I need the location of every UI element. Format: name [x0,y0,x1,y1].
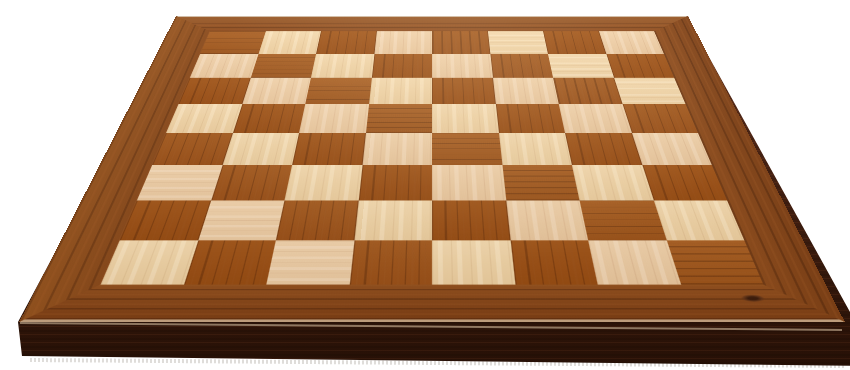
board-frame-bottom [19,282,844,321]
square-d4 [362,133,432,165]
square-d8 [374,31,432,53]
product-photo-scene [0,0,850,370]
square-e6 [432,78,495,104]
square-e5 [432,104,499,133]
square-b2 [198,200,285,240]
square-f3 [502,165,580,200]
square-a7 [190,54,258,78]
square-b8 [258,31,321,53]
square-f8 [488,31,548,53]
square-b3 [211,165,292,200]
square-g4 [565,133,642,165]
square-g8 [543,31,606,53]
square-b4 [222,133,299,165]
square-c5 [299,104,369,133]
square-h8 [599,31,664,53]
square-f5 [495,104,565,133]
square-c6 [305,78,371,104]
square-g2 [580,200,667,240]
square-c7 [311,54,374,78]
square-b5 [233,104,306,133]
square-e1 [432,240,515,284]
square-d3 [358,165,432,200]
square-g5 [559,104,632,133]
square-g3 [572,165,653,200]
square-b1 [183,240,275,284]
square-a4 [152,133,232,165]
board-perspective-wrapper [0,0,850,370]
playing-area [101,31,764,284]
square-a2 [120,200,211,240]
board-frame-top [168,16,697,32]
square-f6 [493,78,559,104]
square-e4 [432,133,502,165]
square-h6 [614,78,686,104]
square-e2 [432,200,510,240]
square-d6 [369,78,432,104]
square-e3 [432,165,506,200]
square-c3 [284,165,362,200]
square-a6 [179,78,251,104]
square-c4 [292,133,365,165]
square-b6 [242,78,311,104]
square-a8 [200,31,265,53]
square-b7 [250,54,316,78]
chess-board [19,16,844,322]
square-g7 [548,54,614,78]
square-d7 [371,54,432,78]
square-h3 [642,165,727,200]
square-g6 [553,78,622,104]
square-g1 [588,240,680,284]
square-e8 [432,31,490,53]
square-f4 [499,133,572,165]
square-f7 [490,54,553,78]
square-d5 [366,104,433,133]
square-e7 [432,54,493,78]
square-f1 [510,240,598,284]
square-h5 [622,104,698,133]
square-c2 [276,200,358,240]
square-d2 [354,200,432,240]
square-c1 [266,240,354,284]
square-d1 [349,240,432,284]
square-f2 [506,200,588,240]
square-a5 [166,104,242,133]
square-a3 [137,165,222,200]
square-h4 [632,133,712,165]
square-c8 [316,31,376,53]
square-h7 [606,54,674,78]
